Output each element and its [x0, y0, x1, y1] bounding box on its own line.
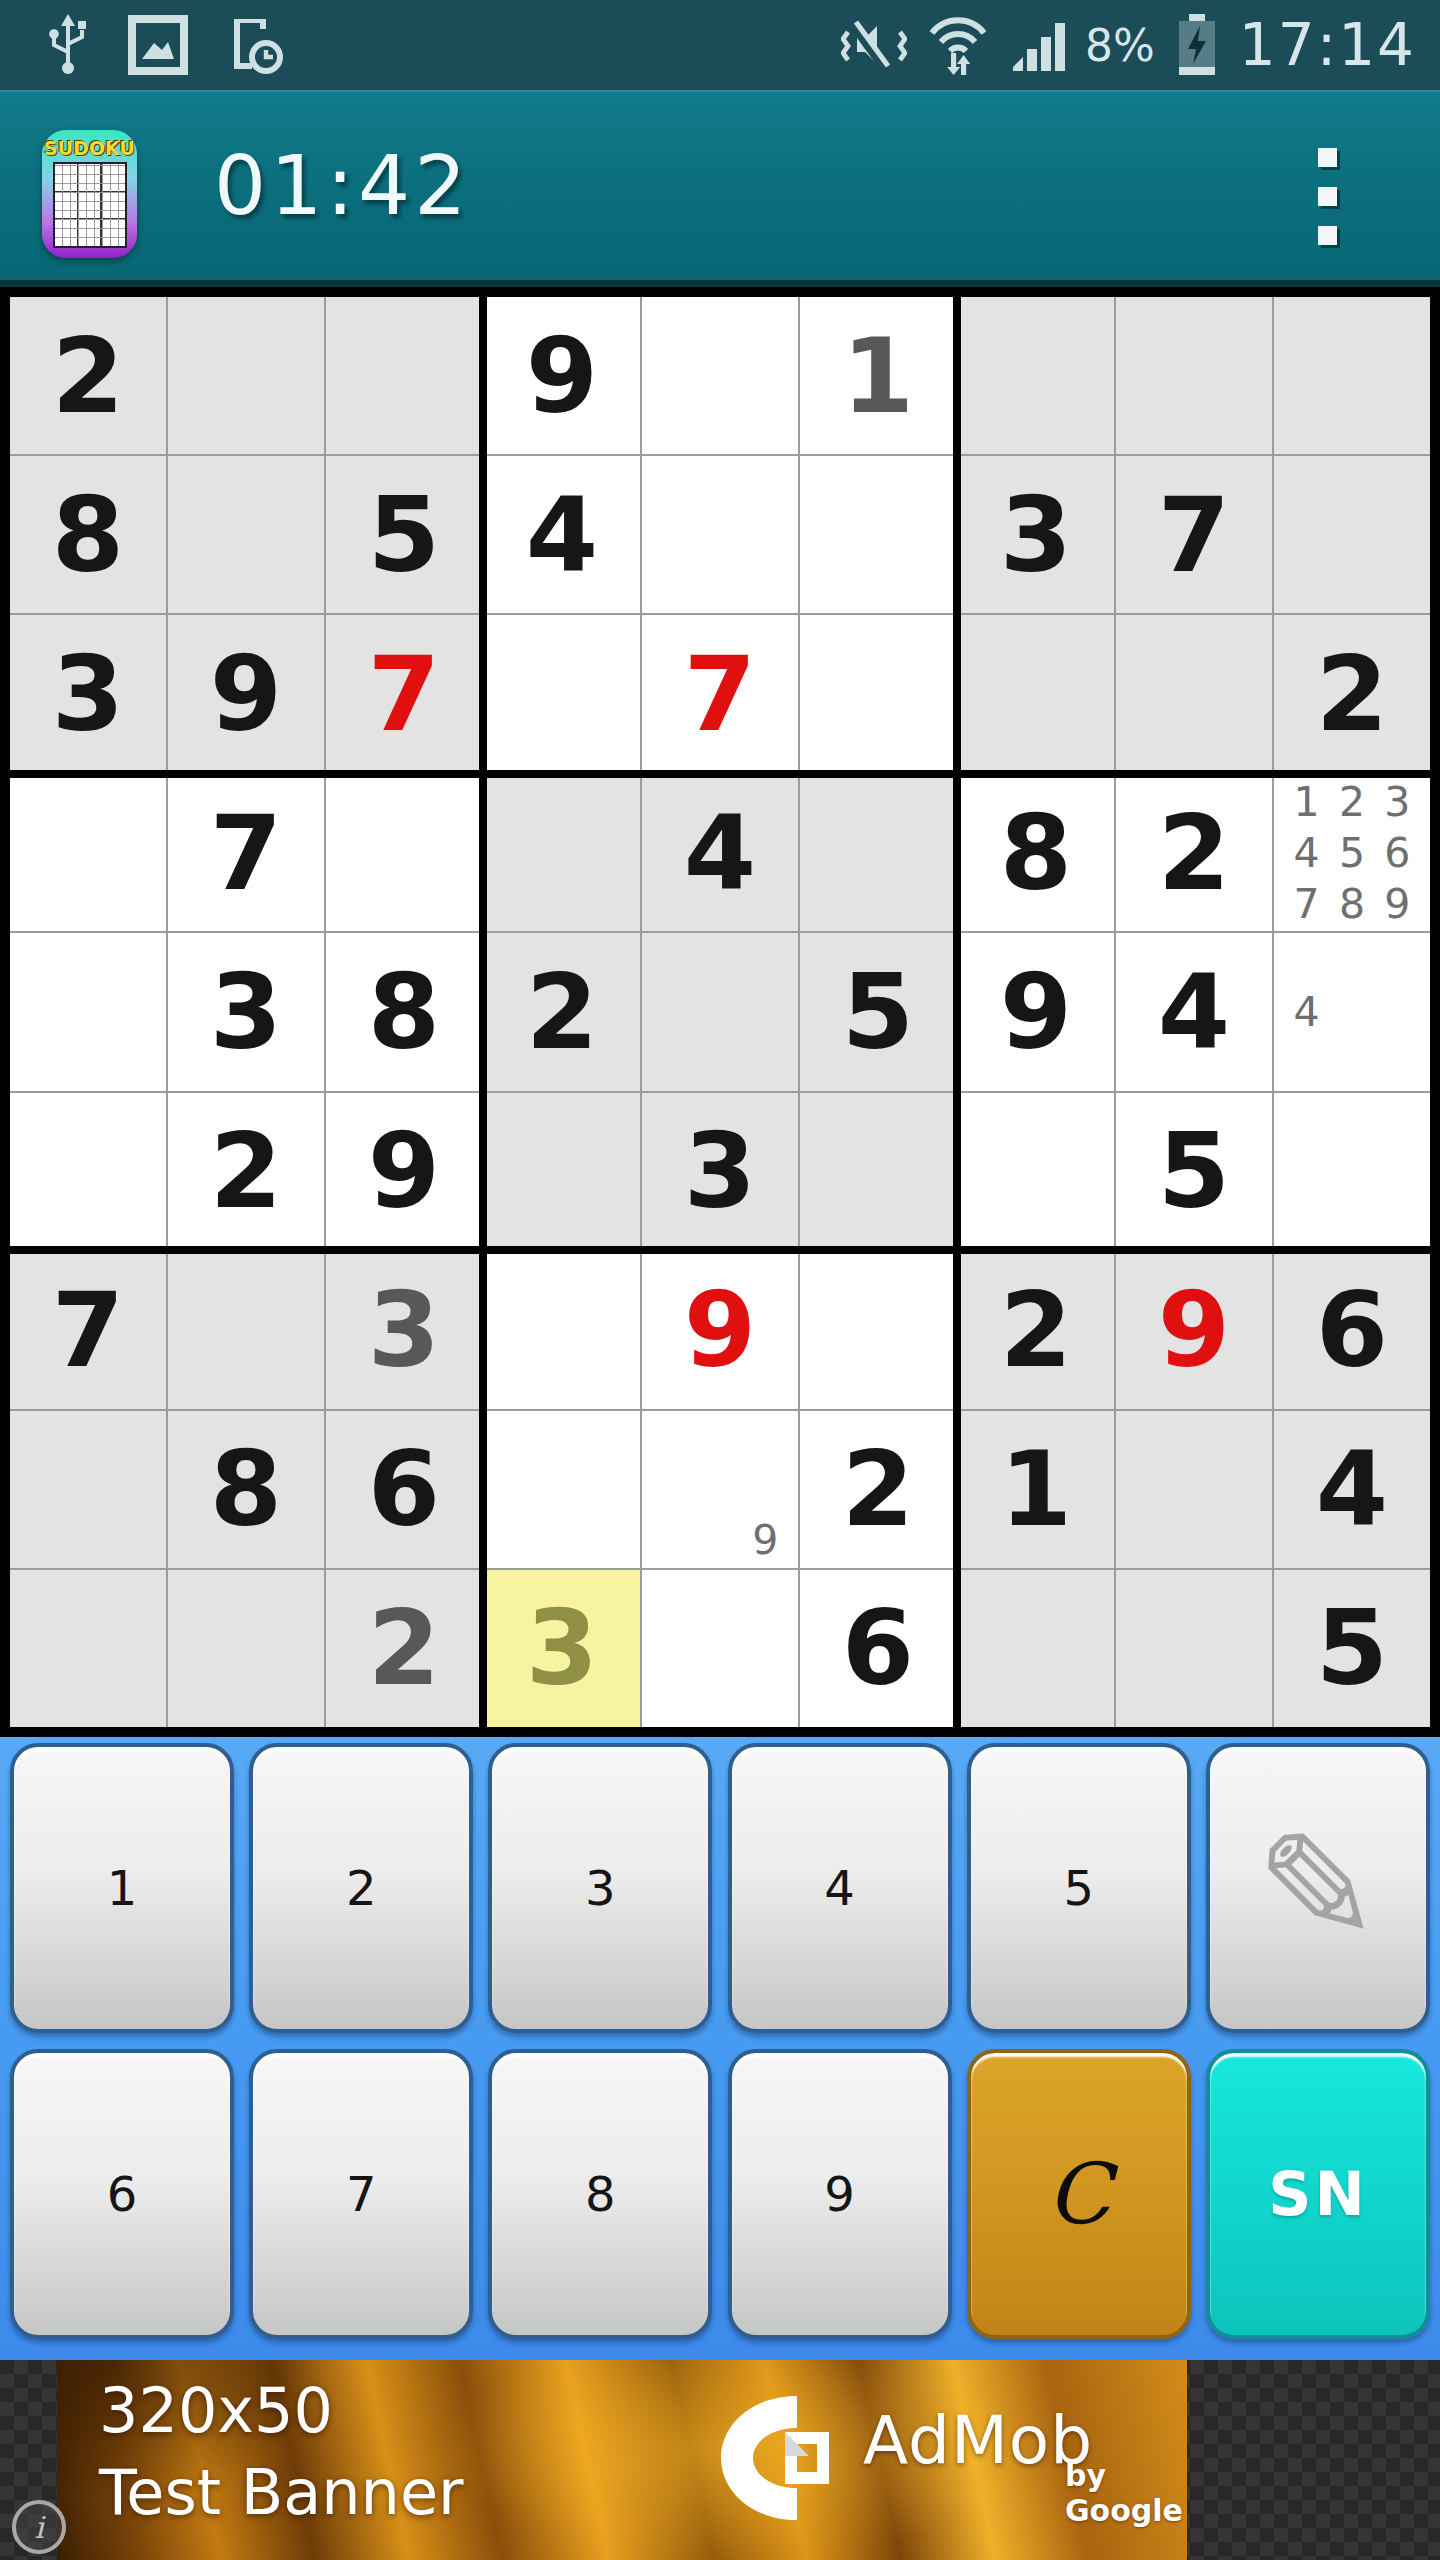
- cell-r4c4[interactable]: [484, 774, 640, 931]
- cell-r4c3[interactable]: [326, 774, 482, 931]
- cell-r3c8[interactable]: [1116, 615, 1272, 772]
- cell-r6c9[interactable]: [1274, 1093, 1430, 1250]
- cell-r2c7[interactable]: 3: [958, 456, 1114, 613]
- cell-r7c4[interactable]: [484, 1252, 640, 1409]
- signal-strength-icon: [1009, 17, 1065, 73]
- cell-value: 2: [368, 1596, 440, 1700]
- cell-r9c5[interactable]: [642, 1570, 798, 1727]
- cell-r3c3[interactable]: 7: [326, 615, 482, 772]
- key-6[interactable]: 6: [10, 2049, 234, 2339]
- cell-r3c6[interactable]: [800, 615, 956, 772]
- cell-value: 2: [526, 960, 598, 1064]
- cell-value: 4: [526, 483, 598, 587]
- key-8[interactable]: 8: [488, 2049, 712, 2339]
- ad-test-banner-label: Test Banner: [99, 2456, 464, 2529]
- cell-r5c9[interactable]: 4: [1274, 933, 1430, 1090]
- cell-value: 9: [1158, 1278, 1230, 1382]
- cell-r2c5[interactable]: [642, 456, 798, 613]
- cell-value: 8: [1000, 801, 1072, 905]
- cell-r7c3[interactable]: 3: [326, 1252, 482, 1409]
- keypad-row-1: 1 2 3 4 5 ✎: [10, 1743, 1430, 2033]
- mute-vibrate-icon: [841, 16, 907, 74]
- cell-r4c9[interactable]: 123456789: [1274, 774, 1430, 931]
- cell-r3c2[interactable]: 9: [168, 615, 324, 772]
- cell-r8c1[interactable]: [10, 1411, 166, 1568]
- app-bar: SUDOKU 01:42: [0, 90, 1440, 287]
- cell-r3c4[interactable]: [484, 615, 640, 772]
- admob-logo-icon: [717, 2388, 847, 2528]
- cell-r9c9[interactable]: 5: [1274, 1570, 1430, 1727]
- cell-value: 8: [368, 960, 440, 1064]
- cell-value: 2: [1158, 801, 1230, 905]
- cell-r9c2[interactable]: [168, 1570, 324, 1727]
- cell-r5c5[interactable]: [642, 933, 798, 1090]
- cell-r6c1[interactable]: [10, 1093, 166, 1250]
- cell-value: 1: [1000, 1437, 1072, 1541]
- cell-r6c3[interactable]: 9: [326, 1093, 482, 1250]
- cell-value: 8: [52, 483, 124, 587]
- cell-value: 5: [368, 483, 440, 587]
- ad-info-glyph: i: [34, 2510, 44, 2545]
- cell-r4c5[interactable]: 4: [642, 774, 798, 931]
- admob-byline: by Google: [1065, 2458, 1187, 2528]
- cell-value: 4: [1158, 960, 1230, 1064]
- box-border-vertical-1: [479, 297, 487, 1727]
- cell-r8c3[interactable]: 6: [326, 1411, 482, 1568]
- cell-value: 5: [1316, 1596, 1388, 1700]
- cell-r7c8[interactable]: 9: [1116, 1252, 1272, 1409]
- cell-value: 8: [210, 1437, 282, 1541]
- cell-r8c5[interactable]: 9: [642, 1411, 798, 1568]
- pencil-marks: 123456789: [1284, 776, 1420, 929]
- cell-value: 3: [526, 1596, 598, 1700]
- cell-r1c9[interactable]: [1274, 297, 1430, 454]
- status-bar-left-icons: [44, 14, 284, 76]
- cell-r9c7[interactable]: [958, 1570, 1114, 1727]
- cell-r1c1[interactable]: 2: [10, 297, 166, 454]
- cell-value: 5: [842, 960, 914, 1064]
- cell-r8c4[interactable]: [484, 1411, 640, 1568]
- cell-r5c1[interactable]: [10, 933, 166, 1090]
- cell-r2c3[interactable]: 5: [326, 456, 482, 613]
- cell-value: 4: [684, 801, 756, 905]
- cell-value: 3: [210, 960, 282, 1064]
- battery-charging-icon: [1175, 14, 1219, 76]
- clear-button[interactable]: C: [967, 2049, 1191, 2339]
- cell-r7c6[interactable]: [800, 1252, 956, 1409]
- ad-info-icon[interactable]: i: [12, 2500, 66, 2554]
- overflow-menu-icon[interactable]: [1318, 148, 1338, 265]
- cell-r3c5[interactable]: 7: [642, 615, 798, 772]
- cell-r3c9[interactable]: 2: [1274, 615, 1430, 772]
- status-time: 17:14: [1239, 11, 1416, 79]
- cell-r8c8[interactable]: [1116, 1411, 1272, 1568]
- cell-r5c7[interactable]: 9: [958, 933, 1114, 1090]
- cell-value: 3: [684, 1119, 756, 1223]
- cell-r1c8[interactable]: [1116, 297, 1272, 454]
- cell-value: 2: [52, 324, 124, 428]
- cell-value: 7: [52, 1278, 124, 1382]
- key-5[interactable]: 5: [967, 1743, 1191, 2033]
- cell-r2c4[interactable]: 4: [484, 456, 640, 613]
- box-border-horizontal-1: [10, 770, 1430, 778]
- cell-value: 3: [52, 642, 124, 746]
- cell-value: 2: [210, 1119, 282, 1223]
- cell-r7c1[interactable]: 7: [10, 1252, 166, 1409]
- cell-r8c2[interactable]: 8: [168, 1411, 324, 1568]
- cell-value: 2: [1316, 642, 1388, 746]
- cell-r6c6[interactable]: [800, 1093, 956, 1250]
- box-border-vertical-2: [953, 297, 961, 1727]
- battery-percent-label: 8%: [1085, 20, 1155, 71]
- cell-r2c1[interactable]: 8: [10, 456, 166, 613]
- cell-r9c3[interactable]: 2: [326, 1570, 482, 1727]
- cell-value: 5: [1158, 1119, 1230, 1223]
- cell-value: 3: [1000, 483, 1072, 587]
- cell-value: 6: [1316, 1278, 1388, 1382]
- cell-r8c9[interactable]: 4: [1274, 1411, 1430, 1568]
- cell-r1c6[interactable]: 1: [800, 297, 956, 454]
- cell-r1c3[interactable]: [326, 297, 482, 454]
- cell-r8c7[interactable]: 1: [958, 1411, 1114, 1568]
- cell-r2c9[interactable]: [1274, 456, 1430, 613]
- cell-r5c3[interactable]: 8: [326, 933, 482, 1090]
- cell-r1c2[interactable]: [168, 297, 324, 454]
- key-9[interactable]: 9: [728, 2049, 952, 2339]
- cell-r5c6[interactable]: 5: [800, 933, 956, 1090]
- cell-value: 7: [1158, 483, 1230, 587]
- cell-r7c5[interactable]: 9: [642, 1252, 798, 1409]
- sudoku-app-icon[interactable]: SUDOKU: [42, 130, 137, 258]
- key-4[interactable]: 4: [728, 1743, 952, 2033]
- phone-clock-icon: [224, 15, 284, 75]
- cell-r9c4[interactable]: 3: [484, 1570, 640, 1727]
- cell-r2c2[interactable]: [168, 456, 324, 613]
- cell-value: 3: [368, 1278, 440, 1382]
- status-bar: 8% 17:14: [0, 0, 1440, 90]
- cell-r9c1[interactable]: [10, 1570, 166, 1727]
- cell-r4c7[interactable]: 8: [958, 774, 1114, 931]
- cell-r4c8[interactable]: 2: [1116, 774, 1272, 931]
- key-7[interactable]: 7: [249, 2049, 473, 2339]
- pencil-icon: ✎: [1255, 1813, 1381, 1963]
- key-1[interactable]: 1: [10, 1743, 234, 2033]
- cell-value: 7: [684, 642, 756, 746]
- key-3[interactable]: 3: [488, 1743, 712, 2033]
- cell-value: 6: [368, 1437, 440, 1541]
- pencil-button[interactable]: ✎: [1206, 1743, 1430, 2033]
- cell-value: 9: [1000, 960, 1072, 1064]
- box-border-horizontal-2: [10, 1246, 1430, 1254]
- cell-value: 9: [210, 642, 282, 746]
- app-icon-title: SUDOKU: [44, 137, 135, 159]
- cell-r2c6[interactable]: [800, 456, 956, 613]
- cell-r6c8[interactable]: 5: [1116, 1093, 1272, 1250]
- cell-r4c2[interactable]: 7: [168, 774, 324, 931]
- cell-r6c2[interactable]: 2: [168, 1093, 324, 1250]
- admob-brand-text: AdMob: [863, 2402, 1093, 2479]
- pencil-marks: 9: [652, 1413, 788, 1566]
- cell-value: 7: [368, 642, 440, 746]
- cell-r5c4[interactable]: 2: [484, 933, 640, 1090]
- cell-r3c7[interactable]: [958, 615, 1114, 772]
- cell-r7c7[interactable]: 2: [958, 1252, 1114, 1409]
- cell-r6c5[interactable]: 3: [642, 1093, 798, 1250]
- pencil-marks: 4: [1284, 935, 1420, 1088]
- game-timer: 01:42: [214, 138, 470, 233]
- cell-r8c6[interactable]: 2: [800, 1411, 956, 1568]
- ad-banner[interactable]: 320x50 Test Banner AdMob by Google i: [0, 2360, 1440, 2560]
- cell-r5c2[interactable]: 3: [168, 933, 324, 1090]
- cell-value: 2: [842, 1437, 914, 1541]
- cell-value: 9: [684, 1278, 756, 1382]
- cell-r6c4[interactable]: [484, 1093, 640, 1250]
- wifi-updown-icon: [927, 15, 989, 75]
- cell-r9c6[interactable]: 6: [800, 1570, 956, 1727]
- single-notes-button[interactable]: SN: [1206, 2049, 1430, 2339]
- cell-r1c5[interactable]: [642, 297, 798, 454]
- cell-r2c8[interactable]: 7: [1116, 456, 1272, 613]
- cell-r5c8[interactable]: 4: [1116, 933, 1272, 1090]
- usb-icon: [44, 14, 92, 76]
- app-icon-mini-grid: [53, 162, 127, 248]
- cell-r7c2[interactable]: [168, 1252, 324, 1409]
- cell-r6c7[interactable]: [958, 1093, 1114, 1250]
- cell-r4c1[interactable]: [10, 774, 166, 931]
- status-bar-right: 8% 17:14: [841, 11, 1416, 79]
- sudoku-board: 2918543739772748212345678938259442935739…: [0, 287, 1440, 1737]
- cell-r9c8[interactable]: [1116, 1570, 1272, 1727]
- cell-value: 9: [526, 324, 598, 428]
- cell-value: 9: [368, 1119, 440, 1223]
- cell-r3c1[interactable]: 3: [10, 615, 166, 772]
- keypad-row-2: 6 7 8 9 C SN: [10, 2049, 1430, 2339]
- cell-r1c4[interactable]: 9: [484, 297, 640, 454]
- cell-value: 1: [842, 324, 914, 428]
- cell-value: 7: [210, 801, 282, 905]
- key-2[interactable]: 2: [249, 1743, 473, 2033]
- cell-value: 2: [1000, 1278, 1072, 1382]
- cell-r7c9[interactable]: 6: [1274, 1252, 1430, 1409]
- screenshot-icon: [128, 15, 188, 75]
- cell-r4c6[interactable]: [800, 774, 956, 931]
- cell-value: 4: [1316, 1437, 1388, 1541]
- ad-image[interactable]: 320x50 Test Banner AdMob by Google: [57, 2360, 1187, 2560]
- keypad: 1 2 3 4 5 ✎ 6 7 8 9 C SN: [0, 1737, 1440, 2360]
- cell-r1c7[interactable]: [958, 297, 1114, 454]
- cell-value: 6: [842, 1596, 914, 1700]
- ad-size-label: 320x50: [99, 2374, 333, 2447]
